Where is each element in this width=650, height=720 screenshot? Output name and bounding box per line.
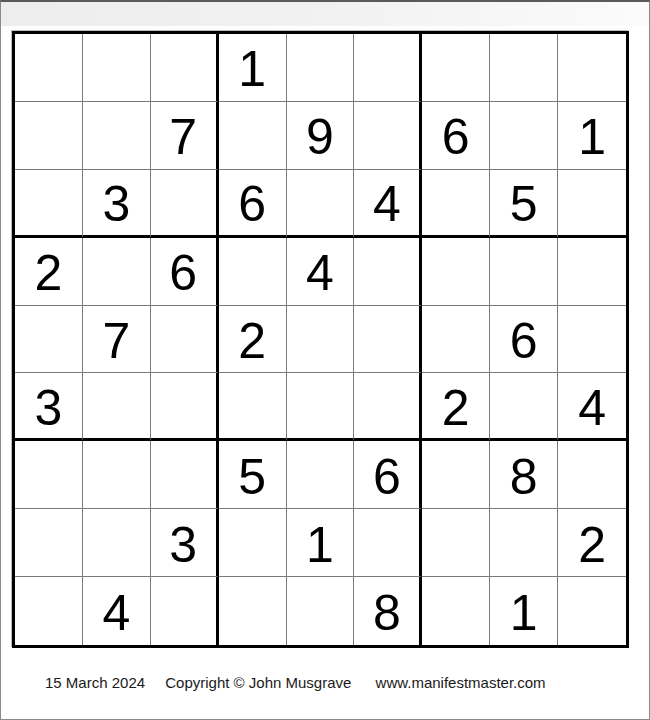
sudoku-cell-r6c8[interactable] <box>490 373 558 441</box>
sudoku-cell-r4c7[interactable] <box>422 238 490 306</box>
sudoku-cell-r7c1[interactable] <box>15 441 83 509</box>
sudoku-cell-r6c4[interactable] <box>219 373 287 441</box>
top-gradient-band <box>1 2 649 26</box>
sudoku-cell-r4c4[interactable] <box>219 238 287 306</box>
sudoku-cell-r5c9[interactable] <box>558 306 626 374</box>
sudoku-cell-r8c1[interactable] <box>15 509 83 577</box>
puzzle-page: 179613645264726324568312481 15 March 202… <box>0 0 650 720</box>
sudoku-cell-r4c1[interactable]: 2 <box>15 238 83 306</box>
sudoku-cell-r4c6[interactable] <box>354 238 422 306</box>
footer-copyright: Copyright © John Musgrave <box>165 674 351 691</box>
sudoku-cell-r1c8[interactable] <box>490 34 558 102</box>
sudoku-cell-r2c5[interactable]: 9 <box>287 102 355 170</box>
given-digit: 4 <box>373 179 401 229</box>
sudoku-cell-r8c2[interactable] <box>83 509 151 577</box>
sudoku-cell-r3c5[interactable] <box>287 170 355 238</box>
sudoku-cell-r8c6[interactable] <box>354 509 422 577</box>
sudoku-cell-r2c2[interactable] <box>83 102 151 170</box>
sudoku-cell-r7c4[interactable]: 5 <box>219 441 287 509</box>
given-digit: 9 <box>306 112 334 162</box>
sudoku-cell-r1c9[interactable] <box>558 34 626 102</box>
sudoku-cell-r4c3[interactable]: 6 <box>151 238 219 306</box>
sudoku-cell-r9c1[interactable] <box>15 577 83 645</box>
sudoku-cell-r4c5[interactable]: 4 <box>287 238 355 306</box>
sudoku-cell-r8c8[interactable] <box>490 509 558 577</box>
sudoku-cell-r3c3[interactable] <box>151 170 219 238</box>
sudoku-cell-r9c7[interactable] <box>422 577 490 645</box>
sudoku-cell-r5c4[interactable]: 2 <box>219 306 287 374</box>
sudoku-cell-r8c7[interactable] <box>422 509 490 577</box>
sudoku-cell-r2c8[interactable] <box>490 102 558 170</box>
given-digit: 2 <box>238 316 266 366</box>
given-digit: 4 <box>102 588 130 638</box>
sudoku-cell-r6c1[interactable]: 3 <box>15 373 83 441</box>
given-digit: 1 <box>578 112 606 162</box>
given-digit: 6 <box>442 112 470 162</box>
footer-website: www.manifestmaster.com <box>376 674 546 691</box>
sudoku-cell-r5c3[interactable] <box>151 306 219 374</box>
sudoku-cell-r9c6[interactable]: 8 <box>354 577 422 645</box>
given-digit: 6 <box>510 316 538 366</box>
given-digit: 2 <box>578 520 606 570</box>
sudoku-cell-r8c9[interactable]: 2 <box>558 509 626 577</box>
sudoku-cell-r4c8[interactable] <box>490 238 558 306</box>
given-digit: 6 <box>169 248 197 298</box>
given-digit: 3 <box>169 520 197 570</box>
given-digit: 8 <box>510 452 538 502</box>
sudoku-cell-r1c1[interactable] <box>15 34 83 102</box>
sudoku-cell-r2c9[interactable]: 1 <box>558 102 626 170</box>
given-digit: 4 <box>578 383 606 433</box>
sudoku-cell-r9c4[interactable] <box>219 577 287 645</box>
sudoku-cell-r3c4[interactable]: 6 <box>219 170 287 238</box>
sudoku-cell-r1c7[interactable] <box>422 34 490 102</box>
sudoku-cell-r3c2[interactable]: 3 <box>83 170 151 238</box>
sudoku-cell-r9c5[interactable] <box>287 577 355 645</box>
sudoku-grid: 179613645264726324568312481 <box>12 31 629 648</box>
sudoku-cell-r6c6[interactable] <box>354 373 422 441</box>
given-digit: 6 <box>373 452 401 502</box>
sudoku-cell-r6c3[interactable] <box>151 373 219 441</box>
sudoku-cell-r5c7[interactable] <box>422 306 490 374</box>
given-digit: 5 <box>238 452 266 502</box>
sudoku-cell-r1c3[interactable] <box>151 34 219 102</box>
given-digit: 7 <box>169 112 197 162</box>
sudoku-cell-r8c5[interactable]: 1 <box>287 509 355 577</box>
given-digit: 3 <box>35 383 63 433</box>
sudoku-cell-r8c3[interactable]: 3 <box>151 509 219 577</box>
sudoku-cell-r4c9[interactable] <box>558 238 626 306</box>
sudoku-cell-r3c9[interactable] <box>558 170 626 238</box>
sudoku-cell-r3c8[interactable]: 5 <box>490 170 558 238</box>
sudoku-cell-r3c1[interactable] <box>15 170 83 238</box>
sudoku-cell-r9c2[interactable]: 4 <box>83 577 151 645</box>
sudoku-cell-r2c1[interactable] <box>15 102 83 170</box>
sudoku-cell-r7c9[interactable] <box>558 441 626 509</box>
sudoku-cell-r7c6[interactable]: 6 <box>354 441 422 509</box>
sudoku-cell-r9c3[interactable] <box>151 577 219 645</box>
sudoku-cell-r7c3[interactable] <box>151 441 219 509</box>
sudoku-cell-r1c5[interactable] <box>287 34 355 102</box>
sudoku-cell-r5c8[interactable]: 6 <box>490 306 558 374</box>
sudoku-cell-r5c5[interactable] <box>287 306 355 374</box>
sudoku-cell-r2c4[interactable] <box>219 102 287 170</box>
sudoku-cell-r5c2[interactable]: 7 <box>83 306 151 374</box>
sudoku-cell-r2c6[interactable] <box>354 102 422 170</box>
given-digit: 6 <box>238 179 266 229</box>
sudoku-cell-r5c1[interactable] <box>15 306 83 374</box>
given-digit: 3 <box>102 179 130 229</box>
sudoku-cell-r7c7[interactable] <box>422 441 490 509</box>
sudoku-cell-r1c4[interactable]: 1 <box>219 34 287 102</box>
sudoku-cell-r9c9[interactable] <box>558 577 626 645</box>
sudoku-cell-r6c7[interactable]: 2 <box>422 373 490 441</box>
given-digit: 2 <box>35 248 63 298</box>
sudoku-cell-r1c2[interactable] <box>83 34 151 102</box>
sudoku-cell-r3c6[interactable]: 4 <box>354 170 422 238</box>
given-digit: 1 <box>510 588 538 638</box>
sudoku-cell-r2c3[interactable]: 7 <box>151 102 219 170</box>
sudoku-cell-r2c7[interactable]: 6 <box>422 102 490 170</box>
given-digit: 1 <box>238 44 266 94</box>
given-digit: 5 <box>510 179 538 229</box>
sudoku-cell-r1c6[interactable] <box>354 34 422 102</box>
sudoku-cell-r6c5[interactable] <box>287 373 355 441</box>
sudoku-cell-r9c8[interactable]: 1 <box>490 577 558 645</box>
given-digit: 4 <box>306 248 334 298</box>
sudoku-cell-r4c2[interactable] <box>83 238 151 306</box>
footer: 15 March 2024 Copyright © John Musgrave … <box>45 674 546 691</box>
sudoku-cell-r7c8[interactable]: 8 <box>490 441 558 509</box>
sudoku-cell-r7c5[interactable] <box>287 441 355 509</box>
footer-date: 15 March 2024 <box>45 674 145 691</box>
sudoku-cell-r6c9[interactable]: 4 <box>558 373 626 441</box>
given-digit: 1 <box>306 520 334 570</box>
sudoku-cell-r6c2[interactable] <box>83 373 151 441</box>
sudoku-cell-r7c2[interactable] <box>83 441 151 509</box>
given-digit: 8 <box>373 588 401 638</box>
given-digit: 7 <box>102 316 130 366</box>
sudoku-cell-r8c4[interactable] <box>219 509 287 577</box>
sudoku-cell-r3c7[interactable] <box>422 170 490 238</box>
sudoku-cell-r5c6[interactable] <box>354 306 422 374</box>
given-digit: 2 <box>442 383 470 433</box>
